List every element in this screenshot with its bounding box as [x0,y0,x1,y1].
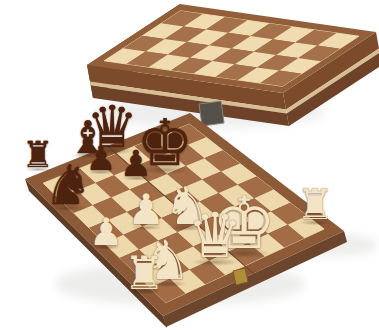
white-rook-piece[interactable]: ♜ [296,184,334,226]
chess-set-photo: ♜♞♝♟♛♟♚♟♟♞♜♞♛♚♜ [0,0,379,330]
black-knight-piece[interactable]: ♞ [43,158,92,213]
white-pawn-piece[interactable]: ♟ [127,189,165,231]
white-pawn-piece[interactable]: ♟ [89,213,123,251]
box-clasp-icon [199,101,224,126]
white-queen-piece[interactable]: ♛ [187,205,243,267]
white-rook-piece[interactable]: ♜ [123,250,164,296]
black-pawn-piece[interactable]: ♟ [120,146,152,182]
